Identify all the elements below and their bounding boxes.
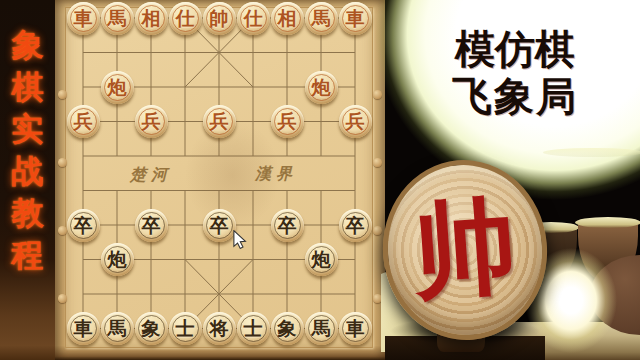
piece-char: 士	[244, 319, 263, 338]
piece-char: 帥	[210, 9, 229, 28]
frame-knob	[373, 158, 382, 167]
banner-char: 实	[0, 108, 55, 150]
river-label-left: 楚河	[111, 165, 191, 186]
piece-char: 車	[74, 9, 93, 28]
piece-char: 兵	[346, 112, 365, 131]
piece-red[interactable]: 仕	[237, 2, 270, 35]
piece-char: 象	[278, 319, 297, 338]
piece-char: 象	[142, 319, 161, 338]
frame-knob	[58, 90, 67, 99]
piece-black[interactable]: 卒	[67, 209, 100, 242]
piece-black[interactable]: 車	[339, 312, 372, 345]
piece-black[interactable]: 象	[271, 312, 304, 345]
piece-char: 車	[346, 9, 365, 28]
piece-red[interactable]: 兵	[135, 105, 168, 138]
piece-black[interactable]: 炮	[305, 243, 338, 276]
river-label-right: 漢界	[236, 164, 316, 185]
piece-char: 仕	[244, 9, 263, 28]
mouse-cursor-icon	[233, 230, 247, 249]
frame-knob	[58, 294, 67, 303]
piece-char: 炮	[108, 78, 127, 97]
frame-knob	[58, 226, 67, 235]
piece-char: 馬	[312, 9, 331, 28]
piece-red[interactable]: 兵	[271, 105, 304, 138]
teacup-rim-far	[543, 148, 640, 157]
piece-red[interactable]: 相	[135, 2, 168, 35]
piece-char: 相	[142, 9, 161, 28]
banner-char: 象	[0, 24, 55, 66]
piece-black[interactable]: 馬	[101, 312, 134, 345]
piece-char: 卒	[74, 216, 93, 235]
piece-char: 兵	[142, 112, 161, 131]
piece-red[interactable]: 車	[339, 2, 372, 35]
frame-knob	[373, 226, 382, 235]
piece-black[interactable]: 卒	[339, 209, 372, 242]
piece-char: 炮	[312, 78, 331, 97]
piece-black[interactable]: 士	[237, 312, 270, 345]
frame-knob	[373, 294, 382, 303]
piece-char: 士	[176, 319, 195, 338]
piece-red[interactable]: 馬	[305, 2, 338, 35]
piece-char: 車	[346, 319, 365, 338]
piece-black[interactable]: 卒	[135, 209, 168, 242]
piece-red[interactable]: 兵	[67, 105, 100, 138]
piece-char: 卒	[278, 216, 297, 235]
frame-knob	[58, 158, 67, 167]
promo-title-line2: 飞象局	[390, 69, 640, 124]
piece-black[interactable]: 卒	[271, 209, 304, 242]
banner-char: 教	[0, 192, 55, 234]
piece-red[interactable]: 帥	[203, 2, 236, 35]
banner-char-stack: 象棋实战教程	[0, 24, 55, 276]
piece-char: 卒	[346, 216, 365, 235]
piece-black[interactable]: 車	[67, 312, 100, 345]
piece-char: 馬	[108, 319, 127, 338]
banner-char: 棋	[0, 66, 55, 108]
piece-char: 炮	[312, 250, 331, 269]
piece-black[interactable]: 炮	[101, 243, 134, 276]
piece-char: 卒	[142, 216, 161, 235]
piece-char: 相	[278, 9, 297, 28]
piece-char: 馬	[312, 319, 331, 338]
piece-char: 兵	[278, 112, 297, 131]
screenshot-stage: 象棋实战教程 楚河 漢界 車馬相仕帥仕相馬車炮炮兵兵兵兵兵卒卒卒卒卒炮炮車馬象士…	[0, 0, 640, 360]
piece-char: 将	[210, 319, 229, 338]
hero-general-char: 帅	[408, 177, 522, 324]
piece-black[interactable]: 象	[135, 312, 168, 345]
banner-char: 程	[0, 234, 55, 276]
frame-knob	[373, 90, 382, 99]
left-title-banner: 象棋实战教程	[0, 0, 55, 360]
piece-char: 卒	[210, 216, 229, 235]
piece-red[interactable]: 車	[67, 2, 100, 35]
piece-char: 炮	[108, 250, 127, 269]
piece-char: 馬	[108, 9, 127, 28]
piece-red[interactable]: 相	[271, 2, 304, 35]
piece-red[interactable]: 炮	[305, 71, 338, 104]
piece-char: 車	[74, 319, 93, 338]
banner-char: 战	[0, 150, 55, 192]
piece-black[interactable]: 卒	[203, 209, 236, 242]
piece-char: 兵	[210, 112, 229, 131]
right-panel: 模仿棋 飞象局 帅	[385, 0, 640, 360]
piece-red[interactable]: 仕	[169, 2, 202, 35]
piece-red[interactable]: 兵	[339, 105, 372, 138]
xiangqi-board[interactable]: 楚河 漢界 車馬相仕帥仕相馬車炮炮兵兵兵兵兵卒卒卒卒卒炮炮車馬象士将士象馬車	[55, 0, 385, 360]
piece-black[interactable]: 将	[203, 312, 236, 345]
piece-red[interactable]: 馬	[101, 2, 134, 35]
piece-char: 兵	[74, 112, 93, 131]
piece-red[interactable]: 炮	[101, 71, 134, 104]
piece-red[interactable]: 兵	[203, 105, 236, 138]
piece-black[interactable]: 馬	[305, 312, 338, 345]
piece-black[interactable]: 士	[169, 312, 202, 345]
piece-char: 仕	[176, 9, 195, 28]
